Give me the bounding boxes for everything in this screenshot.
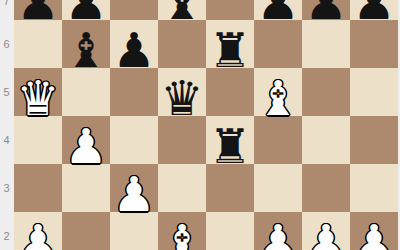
piece-black-rook-e6[interactable]: ♜ (208, 26, 251, 74)
square-f5[interactable]: ♝ (254, 68, 302, 116)
piece-black-pawn-a7[interactable]: ♟ (16, 0, 59, 26)
piece-black-bishop-d7[interactable]: ♝ (160, 0, 203, 26)
piece-black-pawn-f7[interactable]: ♟ (256, 0, 299, 26)
square-h4[interactable] (350, 116, 398, 164)
square-b4[interactable]: ♟ (62, 116, 110, 164)
rank-label-5: 5 (0, 85, 13, 99)
square-h3[interactable] (350, 164, 398, 212)
square-d5[interactable]: ♛ (158, 68, 206, 116)
piece-white-bishop-d2[interactable]: ♝ (160, 218, 203, 250)
square-h2[interactable]: ♟ (350, 212, 398, 250)
chess-board: ♟♟♝♟♟♟♝♟♜♛♛♝♟♜♟♟♝♟♟♟ (14, 0, 398, 250)
square-c3[interactable]: ♟ (110, 164, 158, 212)
piece-black-pawn-g7[interactable]: ♟ (304, 0, 347, 26)
piece-white-pawn-f2[interactable]: ♟ (256, 218, 299, 250)
square-b7[interactable]: ♟ (62, 0, 110, 20)
rank-label-2: 2 (0, 229, 13, 243)
square-c6[interactable]: ♟ (110, 20, 158, 68)
square-a7[interactable]: ♟ (14, 0, 62, 20)
square-a5[interactable]: ♛ (14, 68, 62, 116)
piece-white-bishop-f5[interactable]: ♝ (256, 74, 299, 122)
square-e4[interactable]: ♜ (206, 116, 254, 164)
square-d7[interactable]: ♝ (158, 0, 206, 20)
rank-label-7: 7 (0, 0, 13, 8)
square-h7[interactable]: ♟ (350, 0, 398, 20)
square-c7[interactable] (110, 0, 158, 20)
piece-white-pawn-c3[interactable]: ♟ (112, 170, 155, 218)
square-e2[interactable] (206, 212, 254, 250)
piece-black-queen-d5[interactable]: ♛ (160, 74, 203, 122)
piece-black-rook-e4[interactable]: ♜ (208, 122, 251, 170)
square-g7[interactable]: ♟ (302, 0, 350, 20)
piece-black-pawn-h7[interactable]: ♟ (352, 0, 395, 26)
square-h5[interactable] (350, 68, 398, 116)
square-f7[interactable]: ♟ (254, 0, 302, 20)
piece-white-queen-a5[interactable]: ♛ (16, 74, 59, 122)
square-b6[interactable]: ♝ (62, 20, 110, 68)
rank-label-4: 4 (0, 133, 13, 147)
piece-white-pawn-b4[interactable]: ♟ (64, 122, 107, 170)
square-e6[interactable]: ♜ (206, 20, 254, 68)
board-viewport: 765432 ♟♟♝♟♟♟♝♟♜♛♛♝♟♜♟♟♝♟♟♟ (0, 0, 400, 250)
square-e7[interactable] (206, 0, 254, 20)
square-c4[interactable] (110, 116, 158, 164)
square-a3[interactable] (14, 164, 62, 212)
square-b2[interactable] (62, 212, 110, 250)
square-f2[interactable]: ♟ (254, 212, 302, 250)
piece-white-pawn-g2[interactable]: ♟ (304, 218, 347, 250)
square-g5[interactable] (302, 68, 350, 116)
square-g2[interactable]: ♟ (302, 212, 350, 250)
square-f3[interactable] (254, 164, 302, 212)
square-g3[interactable] (302, 164, 350, 212)
piece-white-pawn-a2[interactable]: ♟ (16, 218, 59, 250)
rank-label-3: 3 (0, 181, 13, 195)
piece-black-bishop-b6[interactable]: ♝ (64, 26, 107, 74)
square-d2[interactable]: ♝ (158, 212, 206, 250)
square-a2[interactable]: ♟ (14, 212, 62, 250)
piece-black-pawn-c6[interactable]: ♟ (112, 26, 155, 74)
piece-white-pawn-h2[interactable]: ♟ (352, 218, 395, 250)
square-g4[interactable] (302, 116, 350, 164)
rank-label-6: 6 (0, 37, 13, 51)
square-d3[interactable] (158, 164, 206, 212)
